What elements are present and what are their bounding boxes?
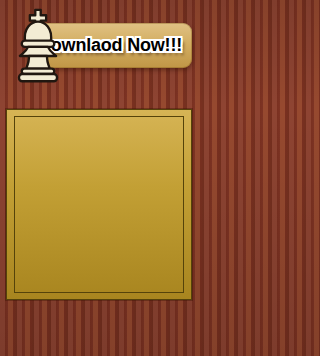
chess-king-icon bbox=[5, 8, 71, 84]
chess-board bbox=[6, 109, 192, 300]
chess-board-grid bbox=[14, 116, 184, 293]
